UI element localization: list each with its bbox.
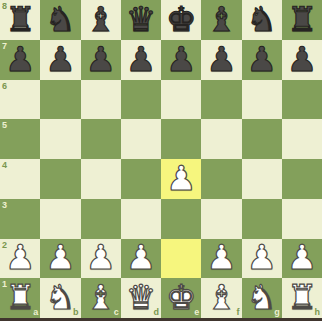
rank-label-5: 5 (2, 121, 7, 130)
white-pawn[interactable]: ♟ (85, 240, 115, 274)
square-h8[interactable]: ♜ (282, 0, 322, 40)
square-h2[interactable]: ♟ (282, 239, 322, 279)
square-g6[interactable] (242, 80, 282, 120)
square-f8[interactable]: ♝ (201, 0, 241, 40)
square-g2[interactable]: ♟ (242, 239, 282, 279)
black-rook[interactable]: ♜ (287, 2, 317, 36)
black-pawn[interactable]: ♟ (166, 42, 196, 76)
square-h6[interactable] (282, 80, 322, 120)
white-pawn[interactable]: ♟ (166, 161, 196, 195)
black-bishop[interactable]: ♝ (85, 2, 115, 36)
square-b5[interactable] (40, 119, 80, 159)
square-c1[interactable]: c♝ (81, 278, 121, 318)
file-label-f: f (237, 308, 240, 317)
black-pawn[interactable]: ♟ (85, 42, 115, 76)
square-a1[interactable]: 1a♜ (0, 278, 40, 318)
square-c5[interactable] (81, 119, 121, 159)
square-h1[interactable]: h♜ (282, 278, 322, 318)
square-g1[interactable]: g♞ (242, 278, 282, 318)
white-pawn[interactable]: ♟ (5, 240, 35, 274)
square-c4[interactable] (81, 159, 121, 199)
white-knight[interactable]: ♞ (45, 280, 75, 314)
rank-label-3: 3 (2, 201, 7, 210)
white-bishop[interactable]: ♝ (85, 280, 115, 314)
square-e6[interactable] (161, 80, 201, 120)
white-king[interactable]: ♚ (166, 280, 196, 314)
square-d8[interactable]: ♛ (121, 0, 161, 40)
square-f1[interactable]: f♝ (201, 278, 241, 318)
square-b6[interactable] (40, 80, 80, 120)
square-d1[interactable]: d♛ (121, 278, 161, 318)
square-c7[interactable]: ♟ (81, 40, 121, 80)
white-pawn[interactable]: ♟ (287, 240, 317, 274)
square-a8[interactable]: 8♜ (0, 0, 40, 40)
square-f7[interactable]: ♟ (201, 40, 241, 80)
square-d6[interactable] (121, 80, 161, 120)
square-c3[interactable] (81, 199, 121, 239)
square-c8[interactable]: ♝ (81, 0, 121, 40)
black-knight[interactable]: ♞ (45, 2, 75, 36)
black-pawn[interactable]: ♟ (126, 42, 156, 76)
white-pawn[interactable]: ♟ (45, 240, 75, 274)
square-a7[interactable]: 7♟ (0, 40, 40, 80)
square-a3[interactable]: 3 (0, 199, 40, 239)
white-rook[interactable]: ♜ (5, 280, 35, 314)
black-pawn[interactable]: ♟ (206, 42, 236, 76)
square-d4[interactable] (121, 159, 161, 199)
black-pawn[interactable]: ♟ (246, 42, 276, 76)
square-f6[interactable] (201, 80, 241, 120)
square-h5[interactable] (282, 119, 322, 159)
square-d2[interactable]: ♟ (121, 239, 161, 279)
square-e5[interactable] (161, 119, 201, 159)
square-d7[interactable]: ♟ (121, 40, 161, 80)
square-g8[interactable]: ♞ (242, 0, 282, 40)
white-queen[interactable]: ♛ (126, 280, 156, 314)
square-f5[interactable] (201, 119, 241, 159)
square-e3[interactable] (161, 199, 201, 239)
black-bishop[interactable]: ♝ (206, 2, 236, 36)
white-pawn[interactable]: ♟ (126, 240, 156, 274)
square-h7[interactable]: ♟ (282, 40, 322, 80)
square-g7[interactable]: ♟ (242, 40, 282, 80)
square-e8[interactable]: ♚ (161, 0, 201, 40)
square-e1[interactable]: e♚ (161, 278, 201, 318)
square-a5[interactable]: 5 (0, 119, 40, 159)
rank-label-4: 4 (2, 161, 7, 170)
square-a2[interactable]: 2♟ (0, 239, 40, 279)
white-rook[interactable]: ♜ (287, 280, 317, 314)
rank-label-6: 6 (2, 82, 7, 91)
black-king[interactable]: ♚ (166, 2, 196, 36)
square-e2[interactable] (161, 239, 201, 279)
square-h3[interactable] (282, 199, 322, 239)
square-a6[interactable]: 6 (0, 80, 40, 120)
square-f3[interactable] (201, 199, 241, 239)
square-b8[interactable]: ♞ (40, 0, 80, 40)
square-g4[interactable] (242, 159, 282, 199)
square-b1[interactable]: b♞ (40, 278, 80, 318)
chess-board: 8♜♞♝♛♚♝♞♜7♟♟♟♟♟♟♟♟654♟32♟♟♟♟♟♟♟1a♜b♞c♝d♛… (0, 0, 322, 318)
black-queen[interactable]: ♛ (126, 2, 156, 36)
square-d5[interactable] (121, 119, 161, 159)
white-knight[interactable]: ♞ (246, 280, 276, 314)
square-c6[interactable] (81, 80, 121, 120)
square-b3[interactable] (40, 199, 80, 239)
square-d3[interactable] (121, 199, 161, 239)
square-f4[interactable] (201, 159, 241, 199)
square-b2[interactable]: ♟ (40, 239, 80, 279)
square-h4[interactable] (282, 159, 322, 199)
black-pawn[interactable]: ♟ (287, 42, 317, 76)
black-pawn[interactable]: ♟ (5, 42, 35, 76)
black-pawn[interactable]: ♟ (45, 42, 75, 76)
square-b7[interactable]: ♟ (40, 40, 80, 80)
white-pawn[interactable]: ♟ (206, 240, 236, 274)
chess-app-window: 8♜♞♝♛♚♝♞♜7♟♟♟♟♟♟♟♟654♟32♟♟♟♟♟♟♟1a♜b♞c♝d♛… (0, 0, 322, 321)
square-e4[interactable]: ♟ (161, 159, 201, 199)
black-knight[interactable]: ♞ (246, 2, 276, 36)
square-f2[interactable]: ♟ (201, 239, 241, 279)
black-rook[interactable]: ♜ (5, 2, 35, 36)
white-bishop[interactable]: ♝ (206, 280, 236, 314)
square-g3[interactable] (242, 199, 282, 239)
square-c2[interactable]: ♟ (81, 239, 121, 279)
square-e7[interactable]: ♟ (161, 40, 201, 80)
square-g5[interactable] (242, 119, 282, 159)
white-pawn[interactable]: ♟ (246, 240, 276, 274)
square-a4[interactable]: 4 (0, 159, 40, 199)
square-b4[interactable] (40, 159, 80, 199)
